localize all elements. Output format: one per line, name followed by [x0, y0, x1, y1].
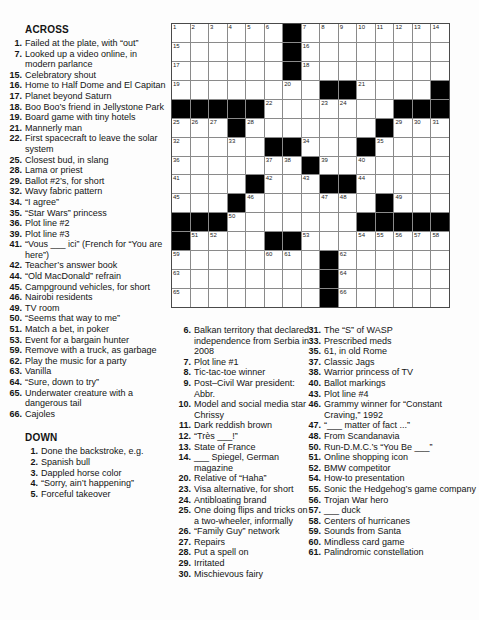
grid-cell[interactable]: 24: [339, 100, 357, 118]
grid-cell[interactable]: [431, 289, 449, 307]
grid-cell[interactable]: 7: [302, 24, 320, 42]
black-cell: [228, 119, 246, 137]
clue: 65.Underwater creature with a dangerous …: [8, 388, 169, 409]
clue: 66.Cajoles: [8, 409, 169, 420]
cell-number: 29: [395, 119, 402, 126]
grid-cell[interactable]: [302, 194, 320, 212]
grid-cell[interactable]: [191, 194, 209, 212]
grid-cell[interactable]: 41: [172, 175, 190, 193]
clue-number: 40.: [306, 378, 321, 389]
clue-text: Balkan territory that declared independe…: [194, 325, 314, 357]
clue-text: “Seems that way to me”: [25, 313, 169, 324]
grid-cell[interactable]: [283, 270, 301, 288]
clue: 28.Put a spell on: [176, 547, 314, 558]
grid-cell[interactable]: [394, 270, 412, 288]
clue-number: 26.: [176, 526, 191, 537]
clue-text: “___ matter of fact ...”: [324, 420, 476, 431]
clue-text: Nairobi residents: [25, 292, 169, 303]
black-cell: [320, 175, 338, 193]
clue-text: Lama or priest: [25, 165, 169, 176]
grid-cell[interactable]: [394, 43, 412, 61]
grid-cell[interactable]: [413, 194, 431, 212]
clue: 29.Irritated: [176, 558, 314, 569]
clue-number: 7.: [176, 357, 191, 368]
clue: 64.“Sure, down to try”: [8, 377, 169, 388]
clue: 31.The “S” of WASP: [306, 325, 476, 336]
grid-cell[interactable]: [413, 62, 431, 80]
grid-cell[interactable]: 64: [339, 270, 357, 288]
cell-number: 6: [266, 24, 269, 31]
grid-cell[interactable]: [302, 251, 320, 269]
grid-cell[interactable]: [283, 289, 301, 307]
clue-number: 50.: [8, 313, 22, 324]
grid-cell[interactable]: 56: [394, 232, 412, 250]
grid-cell[interactable]: [191, 175, 209, 193]
grid-cell[interactable]: [283, 100, 301, 118]
grid-cell[interactable]: [209, 43, 227, 61]
grid-cell[interactable]: [339, 62, 357, 80]
grid-cell[interactable]: 18: [302, 62, 320, 80]
grid-cell[interactable]: [431, 194, 449, 212]
clue-number: 54.: [306, 473, 321, 484]
clue-text: 61, in old Rome: [324, 346, 476, 357]
grid-cell[interactable]: [431, 138, 449, 156]
grid-cell[interactable]: 57: [413, 232, 431, 250]
grid-cell[interactable]: [228, 81, 246, 99]
grid-cell[interactable]: 20: [283, 81, 301, 99]
grid-cell[interactable]: 48: [339, 194, 357, 212]
clue-number: 35.: [8, 208, 22, 219]
grid-cell[interactable]: [228, 157, 246, 175]
grid-cell[interactable]: [302, 289, 320, 307]
grid-cell[interactable]: [394, 81, 412, 99]
grid-cell[interactable]: [320, 213, 338, 231]
cell-number: 46: [247, 194, 254, 201]
clue-number: 27.: [176, 537, 191, 548]
crossword-page: 1234567891011121314151617181920212223242…: [0, 0, 479, 620]
grid-cell[interactable]: [394, 289, 412, 307]
grid-cell[interactable]: [228, 175, 246, 193]
grid-cell[interactable]: 65: [172, 289, 190, 307]
grid-cell[interactable]: [320, 62, 338, 80]
grid-cell[interactable]: [431, 251, 449, 269]
clue: 28.Lama or priest: [8, 165, 169, 176]
clue-text: Plot line #1: [194, 357, 314, 368]
clue-text: One doing flips and tricks on a two-whee…: [194, 505, 314, 526]
grid-cell[interactable]: [283, 194, 301, 212]
grid-cell[interactable]: [191, 251, 209, 269]
grid-cell[interactable]: 35: [376, 138, 394, 156]
clue: 37.Classic Jags: [306, 357, 476, 368]
clue-number: 57.: [306, 505, 321, 516]
grid-cell[interactable]: [413, 270, 431, 288]
cell-number: 65: [173, 289, 180, 296]
grid-cell[interactable]: 10: [357, 24, 375, 42]
grid-cell[interactable]: 66: [339, 289, 357, 307]
clue-number: 7.: [8, 49, 22, 70]
grid-cell[interactable]: [431, 62, 449, 80]
grid-cell[interactable]: [246, 270, 264, 288]
grid-cell[interactable]: [209, 270, 227, 288]
grid-cell[interactable]: [376, 62, 394, 80]
grid-cell[interactable]: [228, 289, 246, 307]
grid-cell[interactable]: 14: [431, 24, 449, 42]
grid-cell[interactable]: 59: [172, 251, 190, 269]
clue-number: 9.: [176, 378, 191, 399]
black-cell: [283, 138, 301, 156]
grid-cell[interactable]: [209, 251, 227, 269]
grid-cell[interactable]: [246, 62, 264, 80]
clue-number: 29.: [176, 558, 191, 569]
grid-cell[interactable]: [357, 270, 375, 288]
grid-cell[interactable]: [413, 43, 431, 61]
clue: 32.Wavy fabric pattern: [8, 186, 169, 197]
clue-number: 66.: [8, 409, 22, 420]
grid-cell[interactable]: [209, 289, 227, 307]
clue-text: Mannerly man: [25, 123, 169, 134]
grid-cell[interactable]: [246, 157, 264, 175]
grid-cell[interactable]: [209, 175, 227, 193]
grid-cell[interactable]: [246, 138, 264, 156]
grid-cell[interactable]: 61: [283, 251, 301, 269]
clue-number: 41.: [8, 239, 22, 260]
grid-cell[interactable]: [228, 270, 246, 288]
clue-number: 4.: [8, 478, 38, 489]
clue: 55.Sonic the Hedgehog’s game company: [306, 484, 476, 495]
grid-cell[interactable]: 40: [357, 157, 375, 175]
cell-number: 3: [210, 24, 213, 31]
grid-cell[interactable]: 52: [209, 232, 227, 250]
grid-cell[interactable]: [191, 289, 209, 307]
grid-cell[interactable]: 15: [172, 43, 190, 61]
grid-cell[interactable]: 25: [172, 119, 190, 137]
grid-cell[interactable]: [376, 175, 394, 193]
clue-text: Campground vehicles, for short: [25, 282, 169, 293]
grid-cell[interactable]: [431, 270, 449, 288]
grid-cell[interactable]: [320, 119, 338, 137]
grid-cell[interactable]: 32: [172, 138, 190, 156]
grid-cell[interactable]: [265, 43, 283, 61]
clue-number: 20.: [176, 473, 191, 484]
grid-cell[interactable]: [209, 157, 227, 175]
clue: 50.“Seems that way to me”: [8, 313, 169, 324]
grid-cell[interactable]: [209, 62, 227, 80]
clue-number: 6.: [176, 325, 191, 357]
clue: 56.Trojan War hero: [306, 495, 476, 506]
grid-cell[interactable]: 60: [265, 251, 283, 269]
grid-cell[interactable]: 54: [357, 232, 375, 250]
cell-number: 63: [173, 270, 180, 277]
grid-cell[interactable]: 46: [246, 194, 264, 212]
grid-cell[interactable]: [246, 213, 264, 231]
cell-number: 61: [284, 251, 291, 258]
grid-cell[interactable]: [209, 81, 227, 99]
grid-cell[interactable]: 34: [302, 138, 320, 156]
grid-cell[interactable]: [302, 270, 320, 288]
grid-cell[interactable]: [413, 251, 431, 269]
grid-cell[interactable]: 47: [320, 194, 338, 212]
grid-cell[interactable]: [339, 43, 357, 61]
cell-number: 9: [340, 24, 343, 31]
clue-text: Mischievous fairy: [194, 569, 314, 580]
cell-number: 64: [340, 270, 347, 277]
grid-cell[interactable]: [246, 251, 264, 269]
grid-cell[interactable]: [394, 138, 412, 156]
grid-cell[interactable]: 51: [191, 232, 209, 250]
grid-cell[interactable]: [376, 289, 394, 307]
grid-cell[interactable]: 13: [413, 24, 431, 42]
clue-text: Dark reddish brown: [194, 420, 314, 431]
grid-cell[interactable]: [376, 81, 394, 99]
grid-cell[interactable]: 31: [431, 119, 449, 137]
grid-cell[interactable]: 4: [228, 24, 246, 42]
grid-cell[interactable]: [191, 157, 209, 175]
grid-cell[interactable]: 30: [413, 119, 431, 137]
clue: 43.Plot line #4: [306, 389, 476, 400]
clue-text: Sounds from Santa: [324, 526, 476, 537]
grid-cell[interactable]: 5: [246, 24, 264, 42]
grid-cell[interactable]: 8: [320, 24, 338, 42]
grid-cell[interactable]: 3: [209, 24, 227, 42]
clue: 26.“Family Guy” network: [176, 526, 314, 537]
grid-cell[interactable]: 9: [339, 24, 357, 42]
grid-cell[interactable]: [357, 100, 375, 118]
clue: 58.Centers of hurricanes: [306, 516, 476, 527]
clue: 22.First spacecraft to leave the solar s…: [8, 133, 169, 154]
black-cell: [265, 138, 283, 156]
grid-cell[interactable]: [246, 232, 264, 250]
grid-cell[interactable]: [265, 62, 283, 80]
grid-cell[interactable]: [302, 100, 320, 118]
grid-cell[interactable]: [376, 100, 394, 118]
clue: 57.___ duck: [306, 505, 476, 516]
grid-cell[interactable]: [339, 157, 357, 175]
cell-number: 44: [358, 175, 365, 182]
grid-cell[interactable]: [431, 175, 449, 193]
grid-cell[interactable]: [339, 213, 357, 231]
grid-cell[interactable]: [394, 251, 412, 269]
grid-cell[interactable]: 50: [228, 213, 246, 231]
clue-number: 25.: [8, 155, 22, 166]
grid-cell[interactable]: [413, 175, 431, 193]
grid-cell[interactable]: [228, 251, 246, 269]
clue-text: Centers of hurricanes: [324, 516, 476, 527]
grid-cell[interactable]: [413, 289, 431, 307]
clue-text: Warrior princess of TV: [324, 367, 476, 378]
grid-cell[interactable]: 22: [265, 100, 283, 118]
grid-cell[interactable]: 33: [228, 138, 246, 156]
clue: 5.Forceful takeover: [8, 489, 169, 500]
cell-number: 26: [192, 119, 199, 126]
grid-cell[interactable]: [265, 213, 283, 231]
grid-cell[interactable]: [339, 232, 357, 250]
clue: 6.Balkan territory that declared indepen…: [176, 325, 314, 357]
clue-number: 43.: [306, 389, 321, 400]
cell-number: 52: [210, 232, 217, 239]
grid-cell[interactable]: 29: [394, 119, 412, 137]
grid-cell[interactable]: 36: [172, 157, 190, 175]
cell-number: 14: [432, 24, 439, 31]
grid-cell[interactable]: 63: [172, 270, 190, 288]
grid-cell[interactable]: [265, 270, 283, 288]
grid-cell[interactable]: 28: [246, 119, 264, 137]
grid-cell[interactable]: 6: [265, 24, 283, 42]
grid-cell[interactable]: [357, 194, 375, 212]
clue: 36.Plot line #2: [8, 218, 169, 229]
grid-cell[interactable]: [376, 43, 394, 61]
grid-cell[interactable]: [283, 119, 301, 137]
grid-cell[interactable]: [228, 43, 246, 61]
grid-cell[interactable]: 26: [191, 119, 209, 137]
clue-number: 59.: [8, 345, 22, 356]
grid-cell[interactable]: [413, 157, 431, 175]
grid-cell[interactable]: [265, 119, 283, 137]
grid-cell[interactable]: 62: [339, 251, 357, 269]
grid-cell[interactable]: [228, 232, 246, 250]
grid-cell[interactable]: [191, 62, 209, 80]
grid-cell[interactable]: 42: [265, 175, 283, 193]
grid-cell[interactable]: [376, 251, 394, 269]
cell-number: 48: [340, 194, 347, 201]
grid-cell[interactable]: [320, 232, 338, 250]
grid-cell[interactable]: 23: [320, 100, 338, 118]
cell-number: 20: [284, 81, 291, 88]
clue-number: 21.: [8, 123, 22, 134]
clue: 30.Mischievous fairy: [176, 569, 314, 580]
grid-cell[interactable]: [191, 43, 209, 61]
clue: 25.One doing flips and tricks on a two-w…: [176, 505, 314, 526]
grid-cell[interactable]: 37: [265, 157, 283, 175]
grid-cell[interactable]: [191, 270, 209, 288]
clue-number: 37.: [306, 357, 321, 368]
grid-cell[interactable]: 19: [172, 81, 190, 99]
grid-cell[interactable]: [191, 138, 209, 156]
grid-cell[interactable]: [431, 157, 449, 175]
cell-number: 42: [266, 175, 273, 182]
clue: 17.Planet beyond Saturn: [8, 91, 169, 102]
grid-cell[interactable]: 2: [191, 24, 209, 42]
clue-number: 14.: [176, 452, 191, 473]
black-cell: [172, 232, 190, 250]
grid-cell[interactable]: [357, 62, 375, 80]
grid-cell[interactable]: [339, 119, 357, 137]
grid-cell[interactable]: 53: [302, 232, 320, 250]
grid-cell[interactable]: [265, 289, 283, 307]
grid-cell[interactable]: [413, 138, 431, 156]
grid-cell[interactable]: 55: [376, 232, 394, 250]
clue-text: TV room: [25, 303, 169, 314]
grid-cell[interactable]: [191, 81, 209, 99]
grid-cell[interactable]: 17: [172, 62, 190, 80]
grid-cell[interactable]: 21: [357, 81, 375, 99]
cell-number: 38: [284, 157, 291, 164]
grid-cell[interactable]: [357, 251, 375, 269]
grid-cell[interactable]: [357, 43, 375, 61]
grid-cell[interactable]: [357, 289, 375, 307]
clue-number: 58.: [306, 516, 321, 527]
grid-cell[interactable]: 45: [172, 194, 190, 212]
grid-cell[interactable]: 43: [302, 175, 320, 193]
grid-cell[interactable]: [394, 62, 412, 80]
grid-cell[interactable]: [246, 81, 264, 99]
cell-number: 4: [229, 24, 232, 31]
cell-number: 13: [414, 24, 421, 31]
grid-cell[interactable]: [283, 213, 301, 231]
clue-number: 38.: [306, 367, 321, 378]
grid-cell[interactable]: [320, 138, 338, 156]
clue: 33.Prescribed meds: [306, 336, 476, 347]
grid-cell[interactable]: 58: [431, 232, 449, 250]
grid-cell[interactable]: 27: [209, 119, 227, 137]
grid-cell[interactable]: [339, 138, 357, 156]
clue: 53.Event for a bargain hunter: [8, 335, 169, 346]
grid-cell[interactable]: [302, 119, 320, 137]
grid-cell[interactable]: 49: [394, 194, 412, 212]
grid-cell[interactable]: 39: [320, 157, 338, 175]
grid-cell[interactable]: [394, 175, 412, 193]
grid-cell[interactable]: [413, 81, 431, 99]
black-cell: [172, 100, 190, 118]
cell-number: 47: [321, 194, 328, 201]
clue: 39.Plot line #3: [8, 229, 169, 240]
grid-cell[interactable]: [357, 119, 375, 137]
grid-cell[interactable]: [431, 43, 449, 61]
clue-text: Vanilla: [25, 366, 169, 377]
clue-text: Irritated: [194, 558, 314, 569]
grid-cell[interactable]: [209, 194, 227, 212]
grid-cell[interactable]: [246, 289, 264, 307]
clue-text: Done the backstroke, e.g.: [41, 446, 169, 457]
black-cell: [320, 270, 338, 288]
cell-number: 8: [321, 24, 324, 31]
grid-cell[interactable]: [302, 213, 320, 231]
cell-number: 43: [303, 175, 310, 182]
grid-cell[interactable]: [246, 43, 264, 61]
clue: 7.Looked up a video online, in modern pa…: [8, 49, 169, 70]
clue-text: Model and social media star Chrissy: [194, 399, 314, 420]
grid-cell[interactable]: 38: [283, 157, 301, 175]
grid-cell[interactable]: 44: [357, 175, 375, 193]
clue-number: 42.: [8, 260, 22, 271]
clue-number: 15.: [8, 70, 22, 81]
clue-number: 34.: [8, 197, 22, 208]
grid-cell[interactable]: 12: [394, 24, 412, 42]
clue-number: 25.: [176, 505, 191, 526]
clue-number: 64.: [8, 377, 22, 388]
grid-cell[interactable]: [376, 157, 394, 175]
grid-cell[interactable]: [320, 43, 338, 61]
grid-cell[interactable]: [209, 138, 227, 156]
grid-cell[interactable]: [228, 62, 246, 80]
grid-cell[interactable]: [283, 175, 301, 193]
clue: 4.“Sorry, ain’t happening”: [8, 478, 169, 489]
grid-cell[interactable]: 16: [302, 43, 320, 61]
grid-cell[interactable]: [265, 194, 283, 212]
grid-cell[interactable]: [394, 157, 412, 175]
across-clue-list: 1.Failed at the plate, with “out”7.Looke…: [8, 38, 169, 419]
grid-cell[interactable]: [265, 81, 283, 99]
grid-cell[interactable]: [302, 81, 320, 99]
cell-number: 35: [377, 138, 384, 145]
grid-cell[interactable]: 11: [376, 24, 394, 42]
clue-text: Home to Half Dome and El Capitan: [25, 80, 169, 91]
clue: 24.Antibloating brand: [176, 495, 314, 506]
grid-cell[interactable]: [376, 270, 394, 288]
clue: 48.From Scandanavia: [306, 431, 476, 442]
cell-number: 25: [173, 119, 180, 126]
grid-cell[interactable]: 1: [172, 24, 190, 42]
cell-number: 31: [432, 119, 439, 126]
